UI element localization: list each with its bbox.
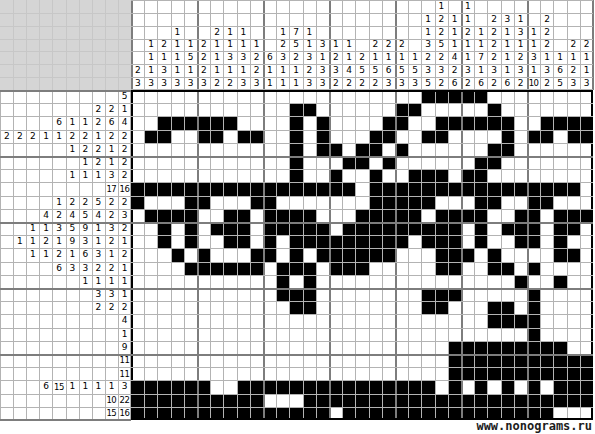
filled-cell-r23c29[interactable]	[501, 380, 514, 393]
filled-cell-r14c25[interactable]	[448, 262, 461, 275]
col-clue: 2	[435, 51, 448, 64]
filled-cell-r14c17[interactable]	[342, 262, 355, 275]
filled-cell-r12c27[interactable]	[474, 235, 487, 248]
filled-cell-r12c9[interactable]	[237, 235, 250, 248]
filled-cell-r3c34[interactable]	[567, 116, 580, 129]
filled-cell-r22c33[interactable]	[553, 367, 566, 380]
col-clue: 1	[501, 51, 514, 64]
filled-cell-r12c8[interactable]	[223, 235, 236, 248]
filled-cell-r10c25[interactable]	[448, 209, 461, 222]
filled-cell-r8c4[interactable]	[171, 182, 184, 195]
grid-line	[0, 51, 131, 52]
row-clue: 1	[92, 130, 105, 143]
filled-cell-r23c14[interactable]	[303, 380, 316, 393]
grid-line	[0, 394, 131, 395]
filled-cell-r3c3[interactable]	[157, 116, 170, 129]
filled-cell-r15c12[interactable]	[276, 275, 289, 288]
col-clue: 1	[540, 51, 553, 64]
col-clue: 1	[210, 51, 223, 64]
filled-cell-r7c13[interactable]	[289, 169, 302, 182]
filled-cell-r8c13[interactable]	[289, 182, 302, 195]
col-clue: 1	[369, 51, 382, 64]
row-clue: 2	[13, 130, 26, 143]
filled-cell-r13c34[interactable]	[567, 248, 580, 261]
filled-cell-r17c14[interactable]	[303, 301, 316, 314]
filled-cell-r20c30[interactable]	[514, 341, 527, 354]
filled-cell-r12c30[interactable]	[514, 235, 527, 248]
filled-cell-r3c25[interactable]	[448, 116, 461, 129]
filled-cell-r12c33[interactable]	[553, 235, 566, 248]
row-clue: 2	[105, 130, 118, 143]
filled-cell-r10c19[interactable]	[369, 209, 382, 222]
row-clue: 6	[105, 116, 118, 129]
filled-cell-r24c27[interactable]	[474, 394, 487, 407]
filled-cell-r4c24[interactable]	[435, 130, 448, 143]
row-clue: 1	[92, 275, 105, 288]
filled-cell-r13c13[interactable]	[289, 248, 302, 261]
row-clue: 2	[105, 235, 118, 248]
grid-line	[131, 0, 593, 1]
filled-cell-r14c9[interactable]	[237, 262, 250, 275]
filled-cell-r3c33[interactable]	[553, 116, 566, 129]
col-clue: 1	[501, 39, 514, 52]
col-clue: 3	[237, 51, 250, 64]
filled-cell-r3c15[interactable]	[316, 116, 329, 129]
filled-cell-r22c29[interactable]	[501, 367, 514, 380]
grid-line	[0, 39, 131, 40]
filled-cell-r17c23[interactable]	[421, 301, 434, 314]
filled-cell-r9c27[interactable]	[474, 196, 487, 209]
filled-cell-r24c5[interactable]	[184, 394, 197, 407]
filled-cell-r8c2[interactable]	[144, 182, 157, 195]
filled-cell-r20c33[interactable]	[553, 341, 566, 354]
filled-cell-r4c9[interactable]	[237, 130, 250, 143]
grid-line	[131, 407, 593, 408]
filled-cell-r8c25[interactable]	[448, 182, 461, 195]
grid-line	[131, 90, 133, 420]
col-clue: 2	[540, 26, 553, 39]
filled-cell-r24c9[interactable]	[237, 394, 250, 407]
row-clue: 2	[26, 130, 39, 143]
filled-cell-r8c22[interactable]	[408, 182, 421, 195]
col-clue: 4	[342, 64, 355, 77]
filled-cell-r23c3[interactable]	[157, 380, 170, 393]
filled-cell-r24c18[interactable]	[355, 394, 368, 407]
filled-cell-r4c2[interactable]	[144, 130, 157, 143]
grid-line	[197, 90, 199, 420]
filled-cell-r5c29[interactable]	[501, 143, 514, 156]
row-clue: 4	[39, 209, 52, 222]
filled-cell-r23c20[interactable]	[382, 380, 395, 393]
filled-cell-r8c23[interactable]	[421, 182, 434, 195]
grid-line	[131, 222, 593, 224]
grid-line	[131, 314, 593, 315]
filled-cell-r24c25[interactable]	[448, 394, 461, 407]
filled-cell-r17c13[interactable]	[289, 301, 302, 314]
filled-cell-r4c20[interactable]	[382, 130, 395, 143]
filled-cell-r23c10[interactable]	[250, 380, 263, 393]
filled-cell-r13c19[interactable]	[369, 248, 382, 261]
col-clue: 1	[171, 26, 184, 39]
filled-cell-r24c24[interactable]	[435, 394, 448, 407]
filled-cell-r12c13[interactable]	[289, 235, 302, 248]
filled-cell-r14c10[interactable]	[250, 262, 263, 275]
filled-cell-r23c2[interactable]	[144, 380, 157, 393]
filled-cell-r3c28[interactable]	[487, 116, 500, 129]
filled-cell-r24c28[interactable]	[487, 394, 500, 407]
filled-cell-r3c4[interactable]	[171, 116, 184, 129]
filled-cell-r10c34[interactable]	[567, 209, 580, 222]
filled-cell-r8c12[interactable]	[276, 182, 289, 195]
filled-cell-r23c23[interactable]	[421, 380, 434, 393]
filled-cell-r13c24[interactable]	[435, 248, 448, 261]
filled-cell-r13c33[interactable]	[553, 248, 566, 261]
row-clue: 1	[39, 248, 52, 261]
filled-cell-r14c5[interactable]	[184, 262, 197, 275]
row-clue: 2	[92, 262, 105, 275]
filled-cell-r14c13[interactable]	[289, 262, 302, 275]
col-clue: 1	[210, 39, 223, 52]
filled-cell-r15c14[interactable]	[303, 275, 316, 288]
filled-cell-r9c28[interactable]	[487, 196, 500, 209]
filled-cell-r15c30[interactable]	[514, 275, 527, 288]
filled-cell-r12c3[interactable]	[157, 235, 170, 248]
grid-line	[0, 26, 131, 27]
filled-cell-r12c14[interactable]	[303, 235, 316, 248]
row-clue: 2	[92, 116, 105, 129]
filled-cell-r18c28[interactable]	[487, 314, 500, 327]
grid-line	[131, 77, 593, 78]
grid-line	[131, 301, 593, 302]
filled-cell-r23c18[interactable]	[355, 380, 368, 393]
filled-cell-r9c22[interactable]	[408, 196, 421, 209]
filled-cell-r24c19[interactable]	[369, 394, 382, 407]
row-clue: 6	[39, 380, 52, 393]
filled-cell-r24c33[interactable]	[553, 394, 566, 407]
filled-cell-r3c5[interactable]	[184, 116, 197, 129]
filled-cell-r8c15[interactable]	[316, 182, 329, 195]
filled-cell-r10c4[interactable]	[171, 209, 184, 222]
row-clue: 1	[79, 169, 92, 182]
filled-cell-r22c25[interactable]	[448, 367, 461, 380]
filled-cell-r22c32[interactable]	[540, 367, 553, 380]
filled-cell-r4c7[interactable]	[210, 130, 223, 143]
filled-cell-r24c4[interactable]	[171, 394, 184, 407]
filled-cell-r24c14[interactable]	[303, 394, 316, 407]
row-clue: 1	[105, 275, 118, 288]
filled-cell-r3c24[interactable]	[435, 116, 448, 129]
col-clue: 3	[487, 64, 500, 77]
filled-cell-r8c10[interactable]	[250, 182, 263, 195]
filled-cell-r12c23[interactable]	[421, 235, 434, 248]
filled-cell-r12c25[interactable]	[448, 235, 461, 248]
filled-cell-r13c25[interactable]	[448, 248, 461, 261]
filled-cell-r20c29[interactable]	[501, 341, 514, 354]
filled-cell-r8c27[interactable]	[474, 182, 487, 195]
filled-cell-r10c30[interactable]	[514, 209, 527, 222]
filled-cell-r7c19[interactable]	[369, 169, 382, 182]
filled-cell-r13c4[interactable]	[171, 248, 184, 261]
filled-cell-r9c5[interactable]	[184, 196, 197, 209]
filled-cell-r4c10[interactable]	[250, 130, 263, 143]
filled-cell-r24c17[interactable]	[342, 394, 355, 407]
filled-cell-r23c33[interactable]	[553, 380, 566, 393]
filled-cell-r24c15[interactable]	[316, 394, 329, 407]
filled-cell-r4c19[interactable]	[369, 130, 382, 143]
row-clue: 1	[79, 275, 92, 288]
filled-cell-r8c9[interactable]	[237, 182, 250, 195]
filled-cell-r22c27[interactable]	[474, 367, 487, 380]
filled-cell-r8c17[interactable]	[342, 182, 355, 195]
filled-cell-r17c24[interactable]	[435, 301, 448, 314]
row-clue: 1	[92, 235, 105, 248]
filled-cell-r24c23[interactable]	[421, 394, 434, 407]
filled-cell-r24c30[interactable]	[514, 394, 527, 407]
filled-cell-r10c33[interactable]	[553, 209, 566, 222]
filled-cell-r24c7[interactable]	[210, 394, 223, 407]
grid-line	[66, 90, 67, 420]
filled-cell-r5c15[interactable]	[316, 143, 329, 156]
filled-cell-r24c29[interactable]	[501, 394, 514, 407]
grid-line	[0, 354, 131, 356]
filled-cell-r5c18[interactable]	[355, 143, 368, 156]
puzzle-grid[interactable]	[131, 90, 593, 420]
row-clue: 2	[79, 196, 92, 209]
filled-cell-r10c3[interactable]	[157, 209, 170, 222]
filled-cell-r20c28[interactable]	[487, 341, 500, 354]
grid-line	[118, 90, 119, 420]
filled-cell-r18c29[interactable]	[501, 314, 514, 327]
col-clue: 3	[421, 64, 434, 77]
filled-cell-r12c17[interactable]	[342, 235, 355, 248]
filled-cell-r8c7[interactable]	[210, 182, 223, 195]
filled-cell-r23c5[interactable]	[184, 380, 197, 393]
filled-cell-r7c24[interactable]	[435, 169, 448, 182]
filled-cell-r24c10[interactable]	[250, 394, 263, 407]
grid-line	[13, 90, 14, 420]
filled-cell-r22c28[interactable]	[487, 367, 500, 380]
grid-line	[435, 90, 436, 420]
filled-cell-r10c14[interactable]	[303, 209, 316, 222]
filled-cell-r4c34[interactable]	[567, 130, 580, 143]
filled-cell-r17c28[interactable]	[487, 301, 500, 314]
filled-cell-r24c8[interactable]	[223, 394, 236, 407]
filled-cell-r13c20[interactable]	[382, 248, 395, 261]
filled-cell-r15c33[interactable]	[553, 275, 566, 288]
filled-cell-r23c27[interactable]	[474, 380, 487, 393]
grid-line	[0, 341, 131, 342]
filled-cell-r23c17[interactable]	[342, 380, 355, 393]
filled-cell-r10c13[interactable]	[289, 209, 302, 222]
col-clue: 2	[289, 51, 302, 64]
filled-cell-r9c23[interactable]	[421, 196, 434, 209]
filled-cell-r12c18[interactable]	[355, 235, 368, 248]
filled-cell-r8c30[interactable]	[514, 182, 527, 195]
filled-cell-r3c27[interactable]	[474, 116, 487, 129]
filled-cell-r2c22[interactable]	[408, 103, 421, 116]
col-clue: 1	[474, 26, 487, 39]
grid-line	[131, 143, 593, 144]
filled-cell-r12c20[interactable]	[382, 235, 395, 248]
grid-line	[131, 13, 593, 14]
filled-cell-r7c22[interactable]	[408, 169, 421, 182]
filled-cell-r5c28[interactable]	[487, 143, 500, 156]
grid-line	[540, 90, 541, 420]
filled-cell-r8c14[interactable]	[303, 182, 316, 195]
row-clue: 10	[105, 394, 118, 407]
row-clue: 2	[92, 143, 105, 156]
filled-cell-r3c13[interactable]	[289, 116, 302, 129]
filled-cell-r20c25[interactable]	[448, 341, 461, 354]
filled-cell-r13c18[interactable]	[355, 248, 368, 261]
filled-cell-r14c12[interactable]	[276, 262, 289, 275]
filled-cell-r10c24[interactable]	[435, 209, 448, 222]
grid-line	[26, 90, 27, 420]
filled-cell-r14c7[interactable]	[210, 262, 223, 275]
filled-cell-r12c15[interactable]	[316, 235, 329, 248]
filled-cell-r8c29[interactable]	[501, 182, 514, 195]
filled-cell-r23c34[interactable]	[567, 380, 580, 393]
filled-cell-r10c18[interactable]	[355, 209, 368, 222]
filled-cell-r2c14[interactable]	[303, 103, 316, 116]
filled-cell-r20c32[interactable]	[540, 341, 553, 354]
grid-line	[303, 90, 304, 420]
filled-cell-r13c28[interactable]	[487, 248, 500, 261]
grid-line	[276, 90, 277, 420]
grid-line	[0, 314, 131, 315]
row-clue: 1	[52, 196, 65, 209]
filled-cell-r18c30[interactable]	[514, 314, 527, 327]
filled-cell-r20c27[interactable]	[474, 341, 487, 354]
filled-cell-r3c8[interactable]	[223, 116, 236, 129]
filled-cell-r24c20[interactable]	[382, 394, 395, 407]
grid-line	[0, 143, 131, 144]
filled-cell-r8c34[interactable]	[567, 182, 580, 195]
col-clue: 1	[223, 26, 236, 39]
filled-cell-r23c9[interactable]	[237, 380, 250, 393]
grid-line	[131, 341, 593, 342]
corner-block	[0, 0, 131, 90]
row-clue: 2	[66, 196, 79, 209]
grid-line	[105, 90, 106, 420]
col-clue: 1	[474, 64, 487, 77]
filled-cell-r23c25[interactable]	[448, 380, 461, 393]
filled-cell-r10c20[interactable]	[382, 209, 395, 222]
filled-cell-r10c2[interactable]	[144, 209, 157, 222]
filled-cell-r5c19[interactable]	[369, 143, 382, 156]
row-clue: 5	[92, 196, 105, 209]
filled-cell-r10c12[interactable]	[276, 209, 289, 222]
filled-cell-r9c20[interactable]	[382, 196, 395, 209]
filled-cell-r2c13[interactable]	[289, 103, 302, 116]
filled-cell-r23c13[interactable]	[289, 380, 302, 393]
filled-cell-r8c5[interactable]	[184, 182, 197, 195]
filled-cell-r14c24[interactable]	[435, 262, 448, 275]
filled-cell-r10c5[interactable]	[184, 209, 197, 222]
filled-cell-r3c32[interactable]	[540, 116, 553, 129]
filled-cell-r9c32[interactable]	[540, 196, 553, 209]
filled-cell-r24c2[interactable]	[144, 394, 157, 407]
grid-line	[263, 90, 265, 420]
filled-cell-r4c23[interactable]	[421, 130, 434, 143]
filled-cell-r13c17[interactable]	[342, 248, 355, 261]
filled-cell-r14c8[interactable]	[223, 262, 236, 275]
grid-line	[131, 196, 593, 197]
col-clue: 1	[171, 64, 184, 77]
grid-line	[0, 90, 1, 420]
filled-cell-r8c3[interactable]	[157, 182, 170, 195]
filled-cell-r8c20[interactable]	[382, 182, 395, 195]
filled-cell-r14c29[interactable]	[501, 262, 514, 275]
filled-cell-r7c23[interactable]	[421, 169, 434, 182]
filled-cell-r5c13[interactable]	[289, 143, 302, 156]
filled-cell-r8c32[interactable]	[540, 182, 553, 195]
filled-cell-r4c29[interactable]	[501, 130, 514, 143]
filled-cell-r14c14[interactable]	[303, 262, 316, 275]
filled-cell-r23c22[interactable]	[408, 380, 421, 393]
filled-cell-r10c27[interactable]	[474, 209, 487, 222]
filled-cell-r12c5[interactable]	[184, 235, 197, 248]
filled-cell-r23c12[interactable]	[276, 380, 289, 393]
col-clue: 2	[487, 13, 500, 26]
grid-line	[0, 77, 131, 78]
filled-cell-r22c30[interactable]	[514, 367, 527, 380]
filled-cell-r24c22[interactable]	[408, 394, 421, 407]
filled-cell-r4c15[interactable]	[316, 130, 329, 143]
filled-cell-r24c3[interactable]	[157, 394, 170, 407]
filled-cell-r8c28[interactable]	[487, 182, 500, 195]
filled-cell-r12c24[interactable]	[435, 235, 448, 248]
filled-cell-r4c32[interactable]	[540, 130, 553, 143]
col-clue: 2	[567, 64, 580, 77]
filled-cell-r9c19[interactable]	[369, 196, 382, 209]
filled-cell-r8c8[interactable]	[223, 182, 236, 195]
filled-cell-r10c22[interactable]	[408, 209, 421, 222]
filled-cell-r2c28[interactable]	[487, 103, 500, 116]
row-clue: 1	[66, 116, 79, 129]
filled-cell-r23c15[interactable]	[316, 380, 329, 393]
row-clue: 1	[92, 169, 105, 182]
filled-cell-r24c32[interactable]	[540, 394, 553, 407]
filled-cell-r3c7[interactable]	[210, 116, 223, 129]
filled-cell-r12c19[interactable]	[369, 235, 382, 248]
filled-cell-r4c13[interactable]	[289, 130, 302, 143]
filled-cell-r17c29[interactable]	[501, 301, 514, 314]
filled-cell-r23c4[interactable]	[171, 380, 184, 393]
filled-cell-r3c20[interactable]	[382, 116, 395, 129]
filled-cell-r10c8[interactable]	[223, 209, 236, 222]
filled-cell-r13c10[interactable]	[250, 248, 263, 261]
filled-cell-r24c34[interactable]	[567, 394, 580, 407]
filled-cell-r14c18[interactable]	[355, 262, 368, 275]
filled-cell-r3c29[interactable]	[501, 116, 514, 129]
filled-cell-r9c10[interactable]	[250, 196, 263, 209]
filled-cell-r23c19[interactable]	[369, 380, 382, 393]
filled-cell-r10c9[interactable]	[237, 209, 250, 222]
filled-cell-r8c19[interactable]	[369, 182, 382, 195]
filled-cell-r8c24[interactable]	[435, 182, 448, 195]
filled-cell-r7c27[interactable]	[474, 169, 487, 182]
row-clues-panel: 5221611264222112212212212121211132171612…	[0, 90, 131, 420]
filled-cell-r14c28[interactable]	[487, 262, 500, 275]
filled-cell-r22c34[interactable]	[567, 367, 580, 380]
col-clue: 1	[408, 51, 421, 64]
filled-cell-r4c3[interactable]	[157, 130, 170, 143]
grid-line	[131, 354, 593, 356]
filled-cell-r13c15[interactable]	[316, 248, 329, 261]
col-clue: 1	[157, 51, 170, 64]
filled-cell-r8c33[interactable]	[553, 182, 566, 195]
